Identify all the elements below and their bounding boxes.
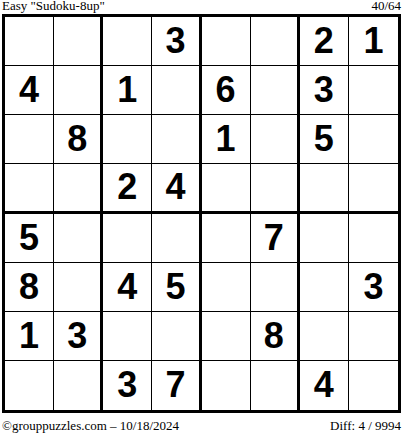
cell-r7c8[interactable] [349,312,398,361]
copyright-text: ©grouppuzzles.com – 10/18/2024 [2,418,179,434]
cell-r3c6[interactable] [251,115,300,164]
cell-r3c4[interactable] [152,115,201,164]
cell-r2c5[interactable]: 6 [202,66,251,115]
cell-r4c8[interactable] [349,164,398,213]
cell-r1c4[interactable]: 3 [152,17,201,66]
cell-r7c4[interactable] [152,312,201,361]
cell-r2c6[interactable] [251,66,300,115]
cell-r8c5[interactable] [202,361,251,410]
cell-r4c6[interactable] [251,164,300,213]
cell-r6c2[interactable] [54,263,103,312]
cell-r8c1[interactable] [5,361,54,410]
cell-r7c7[interactable] [300,312,349,361]
cell-r6c5[interactable] [202,263,251,312]
cell-r1c1[interactable] [5,17,54,66]
page-title: Easy "Sudoku-8up" [2,0,105,14]
cell-r6c1[interactable]: 8 [5,263,54,312]
cell-r7c3[interactable] [103,312,152,361]
cell-r5c4[interactable] [152,214,201,263]
cell-r5c3[interactable] [103,214,152,263]
cell-r8c7[interactable]: 4 [300,361,349,410]
cell-r1c8[interactable]: 1 [349,17,398,66]
cell-r3c5[interactable]: 1 [202,115,251,164]
cell-r6c6[interactable] [251,263,300,312]
cell-r8c6[interactable] [251,361,300,410]
cell-r2c8[interactable] [349,66,398,115]
cell-r1c3[interactable] [103,17,152,66]
cell-r5c8[interactable] [349,214,398,263]
cell-r6c4[interactable]: 5 [152,263,201,312]
cell-r4c7[interactable] [300,164,349,213]
cell-r7c2[interactable]: 3 [54,312,103,361]
sudoku-board: 321416381524578453138374 [2,14,401,413]
cell-r2c1[interactable]: 4 [5,66,54,115]
cell-r5c5[interactable] [202,214,251,263]
cell-r6c3[interactable]: 4 [103,263,152,312]
cell-r8c8[interactable] [349,361,398,410]
puzzle-counter: 40/64 [371,0,401,14]
cell-r8c4[interactable]: 7 [152,361,201,410]
cell-r4c5[interactable] [202,164,251,213]
cell-r2c4[interactable] [152,66,201,115]
cell-r4c3[interactable]: 2 [103,164,152,213]
cell-r8c3[interactable]: 3 [103,361,152,410]
cell-r2c2[interactable] [54,66,103,115]
cell-r2c3[interactable]: 1 [103,66,152,115]
cell-r4c1[interactable] [5,164,54,213]
puzzle-page: Easy "Sudoku-8up" 40/64 3214163815245784… [0,0,403,437]
cell-r5c6[interactable]: 7 [251,214,300,263]
cell-r2c7[interactable]: 3 [300,66,349,115]
cell-r4c4[interactable]: 4 [152,164,201,213]
cell-r5c7[interactable] [300,214,349,263]
cell-r5c2[interactable] [54,214,103,263]
cell-r7c6[interactable]: 8 [251,312,300,361]
cell-r1c5[interactable] [202,17,251,66]
cell-r5c1[interactable]: 5 [5,214,54,263]
cell-r6c8[interactable]: 3 [349,263,398,312]
cell-r3c3[interactable] [103,115,152,164]
cell-r8c2[interactable] [54,361,103,410]
cell-r7c5[interactable] [202,312,251,361]
difficulty-text: Diff: 4 / 9994 [330,418,401,434]
cell-r3c7[interactable]: 5 [300,115,349,164]
cell-r4c2[interactable] [54,164,103,213]
cell-r1c6[interactable] [251,17,300,66]
cell-r1c7[interactable]: 2 [300,17,349,66]
cell-r1c2[interactable] [54,17,103,66]
cell-r6c7[interactable] [300,263,349,312]
cell-r3c1[interactable] [5,115,54,164]
cell-r3c2[interactable]: 8 [54,115,103,164]
cell-r3c8[interactable] [349,115,398,164]
cell-r7c1[interactable]: 1 [5,312,54,361]
